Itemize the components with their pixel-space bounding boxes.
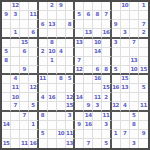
cell-r12c6[interactable] xyxy=(48,102,57,111)
cell-r16c9[interactable] xyxy=(75,139,84,148)
cell-r6c3[interactable]: 6 xyxy=(20,48,29,57)
cell-r4c9[interactable] xyxy=(75,29,84,38)
cell-r14c2[interactable] xyxy=(11,121,20,130)
cell-r1c11[interactable] xyxy=(93,2,102,11)
cell-r4c8[interactable] xyxy=(66,29,75,38)
cell-r10c6[interactable] xyxy=(48,84,57,93)
cell-r12c11[interactable]: 3 xyxy=(93,102,102,111)
cell-r8c13[interactable]: 5 xyxy=(112,66,121,75)
cell-r14c6[interactable] xyxy=(48,121,57,130)
cell-r9c4[interactable] xyxy=(29,75,38,84)
cell-r15c2[interactable] xyxy=(11,130,20,139)
cell-r1c2[interactable]: 12 xyxy=(11,2,20,11)
cell-r9c16[interactable] xyxy=(139,75,148,84)
cell-r2c6[interactable] xyxy=(48,11,57,20)
cell-r9c13[interactable] xyxy=(112,75,121,84)
cell-r6c11[interactable]: 14 xyxy=(93,48,102,57)
cell-r10c3[interactable] xyxy=(20,84,29,93)
cell-r2c9[interactable]: 5 xyxy=(75,11,84,20)
cell-r10c2[interactable]: 11 xyxy=(11,84,20,93)
cell-r3c13[interactable]: 9 xyxy=(112,20,121,29)
cell-r3c1[interactable] xyxy=(2,20,11,29)
cell-r8c6[interactable] xyxy=(48,66,57,75)
cell-r1c6[interactable]: 2 xyxy=(48,2,57,11)
cell-r5c10[interactable] xyxy=(84,39,93,48)
cell-r11c16[interactable] xyxy=(139,93,148,102)
cell-r15c9[interactable] xyxy=(75,130,84,139)
cell-r14c5[interactable] xyxy=(39,121,48,130)
cell-r11c2[interactable]: 10 xyxy=(11,93,20,102)
cell-r3c11[interactable] xyxy=(93,20,102,29)
cell-r16c14[interactable] xyxy=(121,139,130,148)
cell-r3c15[interactable] xyxy=(130,20,139,29)
cell-r4c4[interactable]: 6 xyxy=(29,29,38,38)
cell-r14c4[interactable]: 1 xyxy=(29,121,38,130)
cell-r4c11[interactable] xyxy=(93,29,102,38)
cell-r5c8[interactable] xyxy=(66,39,75,48)
cell-r7c15[interactable]: 13 xyxy=(130,57,139,66)
cell-r6c9[interactable] xyxy=(75,48,84,57)
cell-r15c4[interactable] xyxy=(29,130,38,139)
cell-r13c13[interactable] xyxy=(112,112,121,121)
cell-r1c10[interactable] xyxy=(84,2,93,11)
cell-r7c1[interactable]: 8 xyxy=(2,57,11,66)
cell-r6c16[interactable] xyxy=(139,48,148,57)
cell-r8c14[interactable] xyxy=(121,66,130,75)
cell-r10c9[interactable] xyxy=(75,84,84,93)
cell-r16c11[interactable] xyxy=(93,139,102,148)
cell-r5c11[interactable]: 10 xyxy=(93,39,102,48)
cell-r7c13[interactable] xyxy=(112,57,121,66)
cell-r15c12[interactable] xyxy=(102,130,111,139)
cell-r5c15[interactable]: 7 xyxy=(130,39,139,48)
cell-r9c11[interactable]: 16 xyxy=(93,75,102,84)
cell-r6c12[interactable] xyxy=(102,48,111,57)
cell-r1c3[interactable] xyxy=(20,2,29,11)
cell-r9c15[interactable] xyxy=(130,75,139,84)
cell-r11c6[interactable]: 16 xyxy=(48,93,57,102)
cell-r6c2[interactable] xyxy=(11,48,20,57)
cell-r8c2[interactable] xyxy=(11,66,20,75)
cell-r10c13[interactable]: 16 xyxy=(112,84,121,93)
cell-r2c8[interactable] xyxy=(66,11,75,20)
cell-r4c16[interactable]: 2 xyxy=(139,29,148,38)
cell-r1c15[interactable] xyxy=(130,2,139,11)
cell-r6c13[interactable] xyxy=(112,48,121,57)
cell-r13c10[interactable]: 14 xyxy=(84,112,93,121)
cell-r1c5[interactable] xyxy=(39,2,48,11)
cell-r13c14[interactable] xyxy=(121,112,130,121)
cell-r7c3[interactable] xyxy=(20,57,29,66)
cell-r8c16[interactable]: 15 xyxy=(139,66,148,75)
cell-r13c11[interactable] xyxy=(93,112,102,121)
cell-r7c14[interactable] xyxy=(121,57,130,66)
cell-r15c5[interactable]: 5 xyxy=(39,130,48,139)
cell-r5c13[interactable]: 3 xyxy=(112,39,121,48)
cell-r12c3[interactable] xyxy=(20,102,29,111)
cell-r12c14[interactable]: 4 xyxy=(121,102,130,111)
cell-r1c1[interactable] xyxy=(2,2,11,11)
cell-r5c6[interactable]: 8 xyxy=(48,39,57,48)
cell-r16c13[interactable] xyxy=(112,139,121,148)
cell-r12c9[interactable] xyxy=(75,102,84,111)
cell-r12c1[interactable] xyxy=(2,102,11,111)
cell-r9c12[interactable] xyxy=(102,75,111,84)
cell-r12c7[interactable] xyxy=(57,102,66,111)
cell-r11c1[interactable] xyxy=(2,93,11,102)
cell-r11c8[interactable]: 12 xyxy=(66,93,75,102)
cell-r14c10[interactable]: 16 xyxy=(84,121,93,130)
cell-r8c15[interactable]: 10 xyxy=(130,66,139,75)
cell-r10c1[interactable] xyxy=(2,84,11,93)
cell-r9c5[interactable]: 11 xyxy=(39,75,48,84)
cell-r2c14[interactable] xyxy=(121,11,130,20)
cell-r16c8[interactable]: 13 xyxy=(66,139,75,148)
cell-r6c7[interactable]: 4 xyxy=(57,48,66,57)
cell-r3c5[interactable]: 6 xyxy=(39,20,48,29)
cell-r7c4[interactable] xyxy=(29,57,38,66)
cell-r16c16[interactable] xyxy=(139,139,148,148)
cell-r12c13[interactable]: 12 xyxy=(112,102,121,111)
cell-r9c9[interactable] xyxy=(75,75,84,84)
cell-r14c16[interactable] xyxy=(139,121,148,130)
cell-r3c4[interactable] xyxy=(29,20,38,29)
cell-r11c4[interactable] xyxy=(29,93,38,102)
cell-r4c15[interactable] xyxy=(130,29,139,38)
cell-r4c12[interactable]: 16 xyxy=(102,29,111,38)
cell-r15c14[interactable]: 7 xyxy=(121,130,130,139)
cell-r9c14[interactable]: 15 xyxy=(121,75,130,84)
cell-r16c12[interactable]: 5 xyxy=(102,139,111,148)
cell-r11c10[interactable] xyxy=(84,93,93,102)
cell-r15c11[interactable] xyxy=(93,130,102,139)
cell-r4c13[interactable] xyxy=(112,29,121,38)
cell-r2c13[interactable] xyxy=(112,11,121,20)
cell-r15c8[interactable]: 11 xyxy=(66,130,75,139)
cell-r6c6[interactable]: 10 xyxy=(48,48,57,57)
cell-r10c7[interactable] xyxy=(57,84,66,93)
cell-r14c13[interactable] xyxy=(112,121,121,130)
cell-r8c5[interactable] xyxy=(39,66,48,75)
cell-r9c10[interactable] xyxy=(84,75,93,84)
cell-r14c8[interactable] xyxy=(66,121,75,130)
cell-r3c7[interactable] xyxy=(57,20,66,29)
cell-r6c4[interactable] xyxy=(29,48,38,57)
cell-r16c15[interactable]: 3 xyxy=(130,139,139,148)
sudoku-screenshot: 1229101931156876138971613163215813103756… xyxy=(0,0,150,150)
cell-r10c4[interactable]: 12 xyxy=(29,84,38,93)
cell-r9c8[interactable]: 5 xyxy=(66,75,75,84)
cell-r5c2[interactable] xyxy=(11,39,20,48)
cell-r14c7[interactable] xyxy=(57,121,66,130)
cell-r11c9[interactable]: 14 xyxy=(75,93,84,102)
cell-r4c10[interactable]: 13 xyxy=(84,29,93,38)
cell-r8c1[interactable] xyxy=(2,66,11,75)
cell-r1c12[interactable] xyxy=(102,2,111,11)
cell-r13c8[interactable]: 3 xyxy=(66,112,75,121)
cell-r7c12[interactable] xyxy=(102,57,111,66)
cell-r12c10[interactable]: 9 xyxy=(84,102,93,111)
cell-r7c9[interactable]: 7 xyxy=(75,57,84,66)
cell-r14c1[interactable]: 14 xyxy=(2,121,11,130)
cell-r2c4[interactable]: 11 xyxy=(29,11,38,20)
cell-r12c2[interactable]: 7 xyxy=(11,102,20,111)
cell-r12c5[interactable] xyxy=(39,102,48,111)
cell-r7c2[interactable] xyxy=(11,57,20,66)
cell-r4c3[interactable] xyxy=(20,29,29,38)
cell-r7c16[interactable] xyxy=(139,57,148,66)
cell-r9c6[interactable] xyxy=(48,75,57,84)
cell-r3c6[interactable]: 13 xyxy=(48,20,57,29)
cell-r2c7[interactable] xyxy=(57,11,66,20)
cell-r5c9[interactable]: 13 xyxy=(75,39,84,48)
cell-r3c14[interactable] xyxy=(121,20,130,29)
cell-r12c16[interactable]: 11 xyxy=(139,102,148,111)
cell-r2c16[interactable] xyxy=(139,11,148,20)
cell-r12c4[interactable]: 5 xyxy=(29,102,38,111)
cell-r10c12[interactable]: 15 xyxy=(102,84,111,93)
cell-r12c8[interactable]: 15 xyxy=(66,102,75,111)
cell-r15c15[interactable] xyxy=(130,130,139,139)
cell-r2c12[interactable]: 7 xyxy=(102,11,111,20)
cell-r11c15[interactable] xyxy=(130,93,139,102)
cell-r15c10[interactable] xyxy=(84,130,93,139)
cell-r2c10[interactable]: 6 xyxy=(84,11,93,20)
cell-r15c3[interactable] xyxy=(20,130,29,139)
cell-r10c10[interactable] xyxy=(84,84,93,93)
cell-r4c14[interactable]: 3 xyxy=(121,29,130,38)
cell-r15c13[interactable]: 1 xyxy=(112,130,121,139)
cell-r13c3[interactable]: 7 xyxy=(20,112,29,121)
cell-r15c1[interactable] xyxy=(2,130,11,139)
cell-r16c5[interactable] xyxy=(39,139,48,148)
cell-r6c5[interactable]: 2 xyxy=(39,48,48,57)
cell-r16c2[interactable] xyxy=(11,139,20,148)
cell-r14c3[interactable] xyxy=(20,121,29,130)
cell-r15c16[interactable]: 9 xyxy=(139,130,148,139)
cell-r7c7[interactable] xyxy=(57,57,66,66)
cell-r16c1[interactable]: 15 xyxy=(2,139,11,148)
cell-r13c6[interactable] xyxy=(48,112,57,121)
cell-r8c12[interactable]: 8 xyxy=(102,66,111,75)
cell-r13c2[interactable] xyxy=(11,112,20,121)
cell-r13c15[interactable]: 5 xyxy=(130,112,139,121)
cell-r1c8[interactable] xyxy=(66,2,75,11)
cell-r3c2[interactable] xyxy=(11,20,20,29)
cell-r7c6[interactable]: 1 xyxy=(48,57,57,66)
cell-r3c10[interactable] xyxy=(84,20,93,29)
cell-r13c5[interactable]: 8 xyxy=(39,112,48,121)
cell-r8c4[interactable] xyxy=(29,66,38,75)
cell-r13c1[interactable] xyxy=(2,112,11,121)
cell-r7c8[interactable] xyxy=(66,57,75,66)
cell-r13c16[interactable] xyxy=(139,112,148,121)
cell-r9c3[interactable] xyxy=(20,75,29,84)
cell-r5c14[interactable] xyxy=(121,39,130,48)
sudoku-board[interactable]: 1229101931156876138971613163215813103756… xyxy=(0,0,150,150)
cell-r13c4[interactable] xyxy=(29,112,38,121)
cell-r6c14[interactable] xyxy=(121,48,130,57)
cell-r4c1[interactable] xyxy=(2,29,11,38)
cell-r1c13[interactable] xyxy=(112,2,121,11)
cell-r14c9[interactable]: 9 xyxy=(75,121,84,130)
cell-r2c3[interactable] xyxy=(20,11,29,20)
cell-r15c6[interactable] xyxy=(48,130,57,139)
cell-r15c7[interactable]: 10 xyxy=(57,130,66,139)
cell-r16c4[interactable]: 16 xyxy=(29,139,38,148)
cell-r1c14[interactable]: 10 xyxy=(121,2,130,11)
cell-r10c15[interactable] xyxy=(130,84,139,93)
cell-r11c7[interactable] xyxy=(57,93,66,102)
cell-r16c6[interactable] xyxy=(48,139,57,148)
cell-r8c11[interactable]: 6 xyxy=(93,66,102,75)
cell-r11c5[interactable]: 4 xyxy=(39,93,48,102)
cell-r10c11[interactable] xyxy=(93,84,102,93)
cell-r11c3[interactable] xyxy=(20,93,29,102)
cell-r8c7[interactable] xyxy=(57,66,66,75)
cell-r13c9[interactable] xyxy=(75,112,84,121)
cell-r2c2[interactable]: 3 xyxy=(11,11,20,20)
cell-r10c14[interactable]: 13 xyxy=(121,84,130,93)
cell-r10c16[interactable]: 5 xyxy=(139,84,148,93)
cell-r2c1[interactable]: 9 xyxy=(2,11,11,20)
cell-r14c12[interactable]: 3 xyxy=(102,121,111,130)
cell-r5c4[interactable] xyxy=(29,39,38,48)
cell-r16c3[interactable]: 11 xyxy=(20,139,29,148)
cell-r3c9[interactable] xyxy=(75,20,84,29)
cell-r7c11[interactable] xyxy=(93,57,102,66)
cell-r9c2[interactable]: 4 xyxy=(11,75,20,84)
cell-r9c1[interactable] xyxy=(2,75,11,84)
cell-r2c11[interactable]: 8 xyxy=(93,11,102,20)
cell-r8c10[interactable] xyxy=(84,66,93,75)
cell-r8c8[interactable] xyxy=(66,66,75,75)
cell-r10c8[interactable] xyxy=(66,84,75,93)
cell-r2c5[interactable] xyxy=(39,11,48,20)
cell-r3c12[interactable] xyxy=(102,20,111,29)
cell-r14c15[interactable]: 8 xyxy=(130,121,139,130)
cell-r1c16[interactable]: 1 xyxy=(139,2,148,11)
cell-r3c8[interactable]: 8 xyxy=(66,20,75,29)
cell-r4c6[interactable] xyxy=(48,29,57,38)
cell-r3c3[interactable] xyxy=(20,20,29,29)
cell-r5c5[interactable] xyxy=(39,39,48,48)
cell-r5c3[interactable]: 15 xyxy=(20,39,29,48)
cell-r1c7[interactable]: 9 xyxy=(57,2,66,11)
cell-r6c10[interactable] xyxy=(84,48,93,57)
cell-r10c5[interactable] xyxy=(39,84,48,93)
cell-r6c1[interactable]: 5 xyxy=(2,48,11,57)
cell-r13c7[interactable] xyxy=(57,112,66,121)
cell-r11c14[interactable] xyxy=(121,93,130,102)
cell-r6c8[interactable] xyxy=(66,48,75,57)
cell-r8c9[interactable]: 12 xyxy=(75,66,84,75)
cell-r5c16[interactable] xyxy=(139,39,148,48)
cell-r7c10[interactable] xyxy=(84,57,93,66)
cell-r13c12[interactable]: 11 xyxy=(102,112,111,121)
cell-r11c13[interactable] xyxy=(112,93,121,102)
cell-r4c2[interactable]: 1 xyxy=(11,29,20,38)
cell-r5c12[interactable] xyxy=(102,39,111,48)
cell-r1c9[interactable] xyxy=(75,2,84,11)
cell-r5c1[interactable] xyxy=(2,39,11,48)
cell-r4c5[interactable] xyxy=(39,29,48,38)
cell-r9c7[interactable]: 8 xyxy=(57,75,66,84)
cell-r6c15[interactable] xyxy=(130,48,139,57)
cell-r4c7[interactable] xyxy=(57,29,66,38)
cell-r11c12[interactable]: 2 xyxy=(102,93,111,102)
cell-r12c12[interactable] xyxy=(102,102,111,111)
cell-r14c11[interactable] xyxy=(93,121,102,130)
cell-r16c7[interactable] xyxy=(57,139,66,148)
cell-r8c3[interactable]: 9 xyxy=(20,66,29,75)
cell-r2c15[interactable] xyxy=(130,11,139,20)
cell-r12c15[interactable] xyxy=(130,102,139,111)
cell-r3c16[interactable]: 7 xyxy=(139,20,148,29)
cell-r14c14[interactable] xyxy=(121,121,130,130)
cell-r7c5[interactable] xyxy=(39,57,48,66)
cell-r1c4[interactable] xyxy=(29,2,38,11)
cell-r5c7[interactable] xyxy=(57,39,66,48)
cell-r16c10[interactable]: 7 xyxy=(84,139,93,148)
cell-r11c11[interactable]: 11 xyxy=(93,93,102,102)
